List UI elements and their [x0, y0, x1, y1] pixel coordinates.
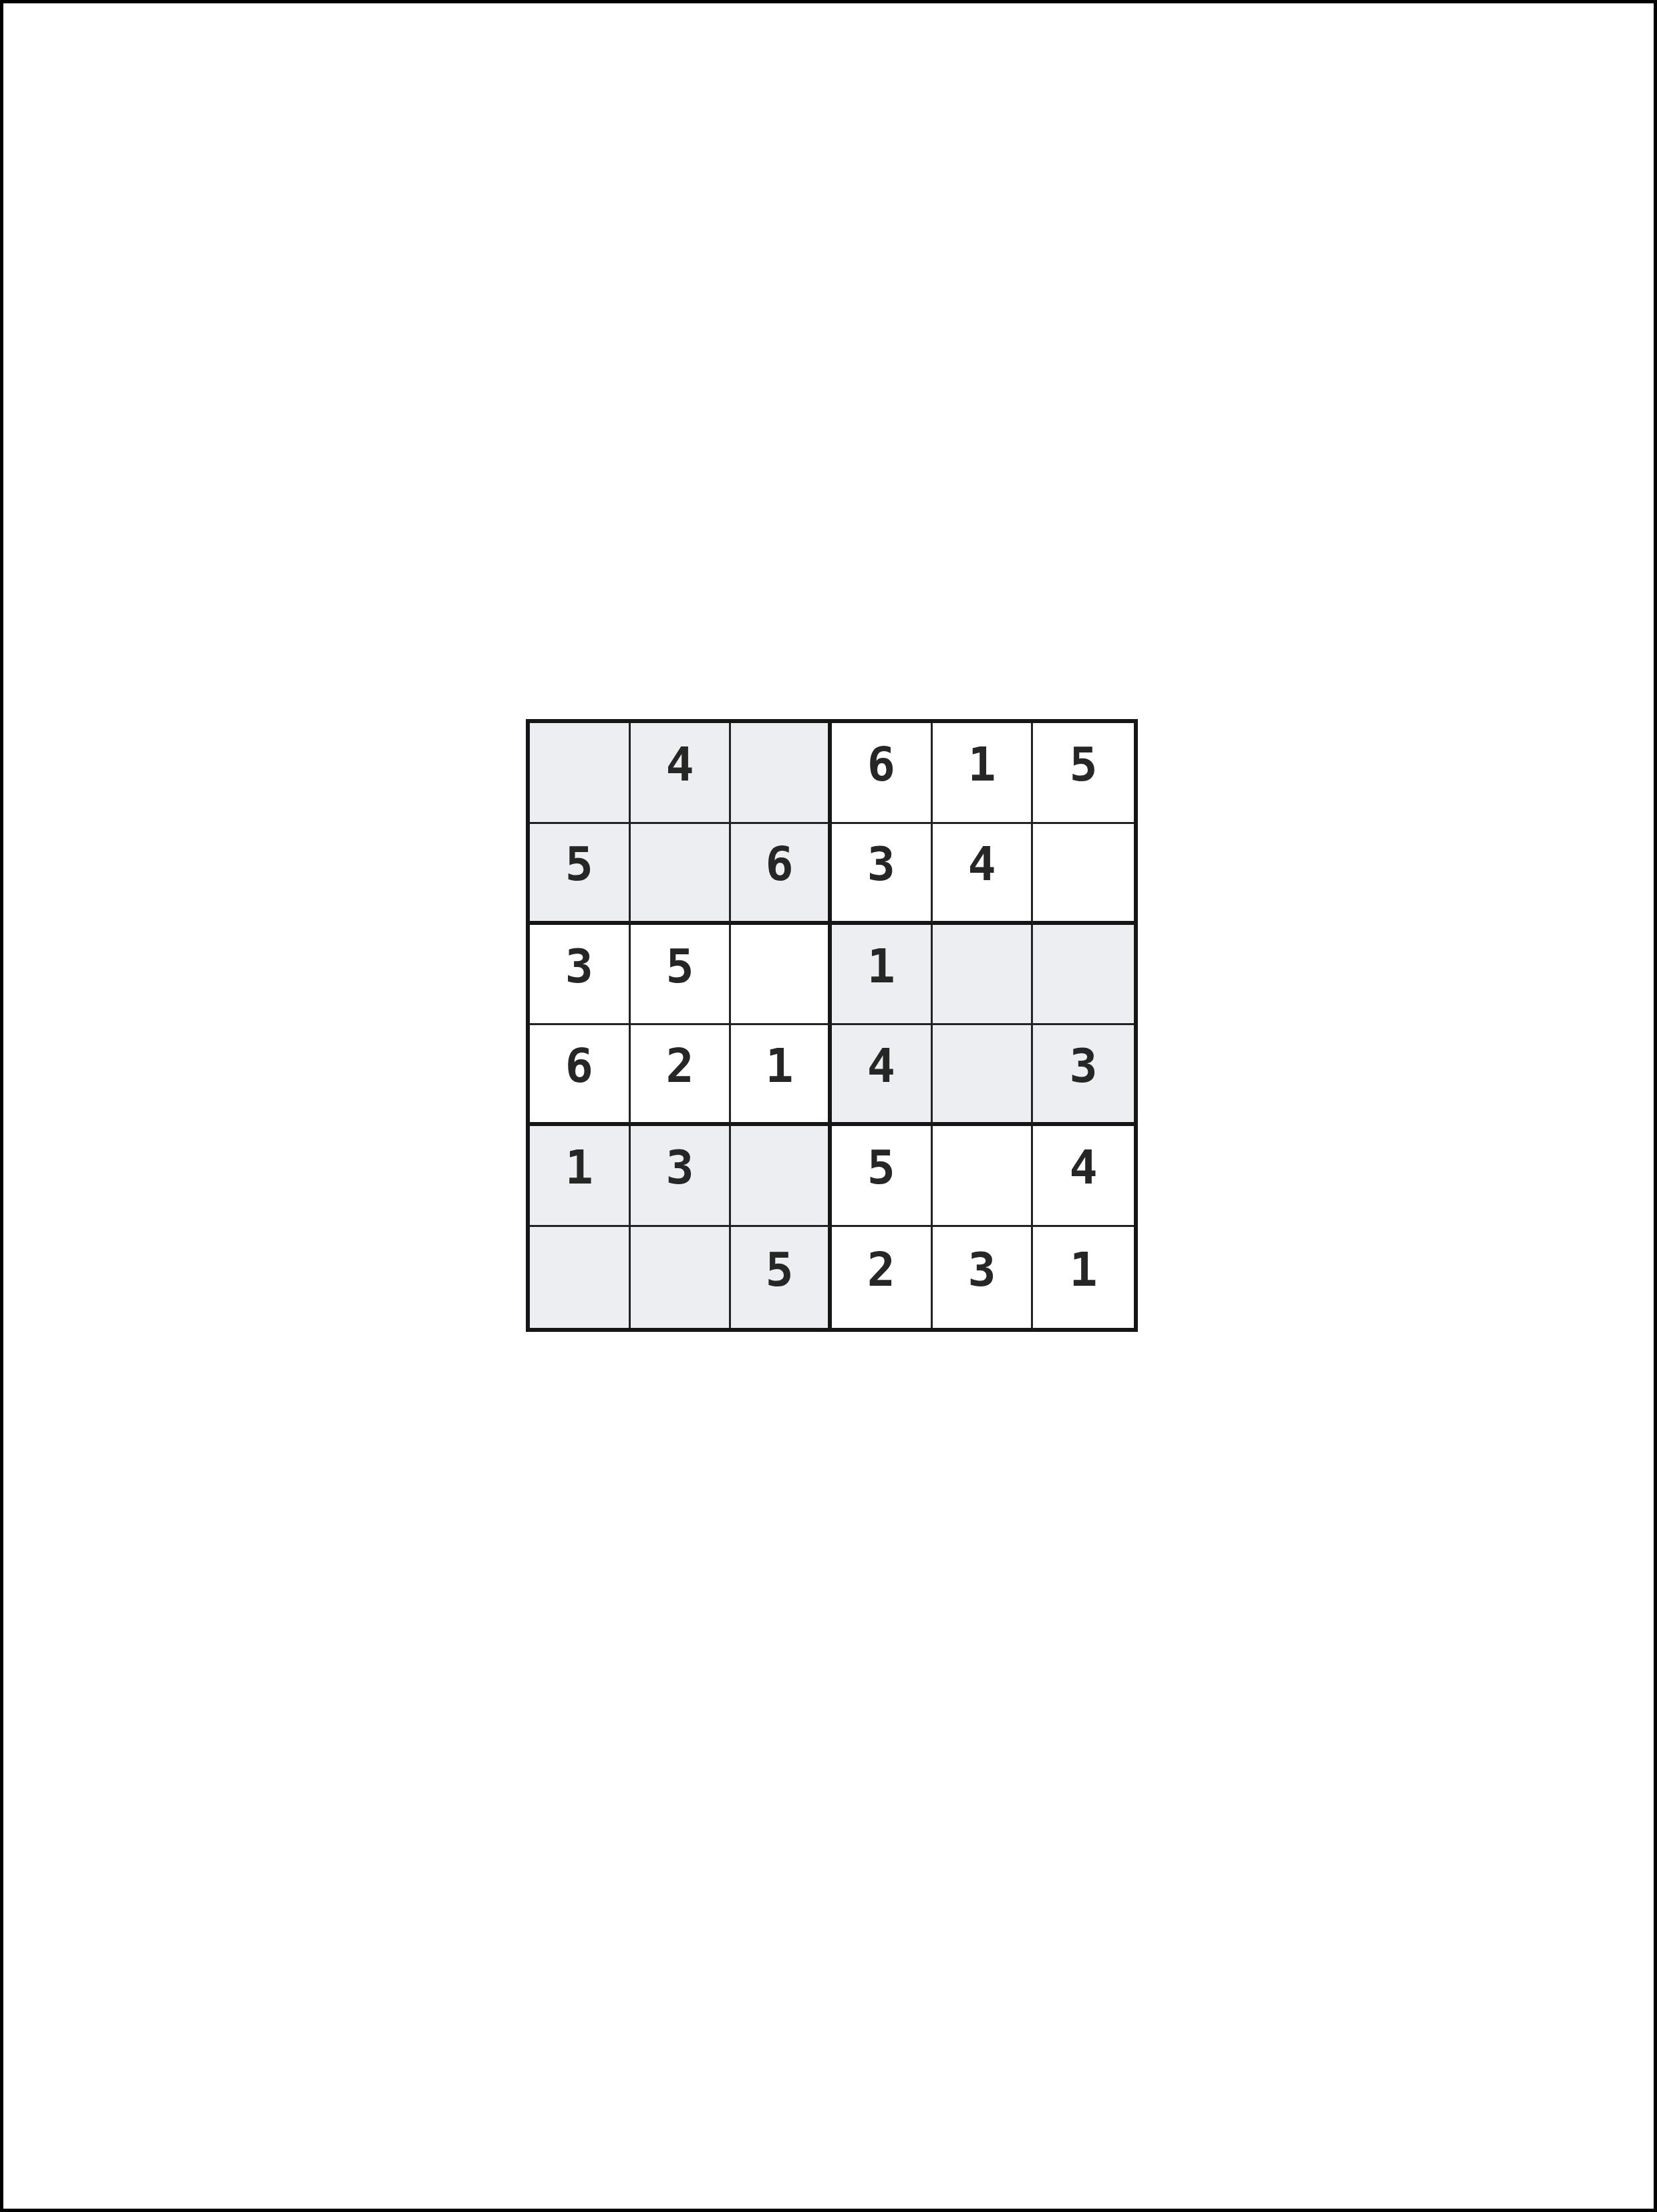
sudoku-cell-r1c1[interactable] — [530, 723, 631, 824]
sudoku-cell-r5c5[interactable] — [933, 1126, 1034, 1227]
sudoku-cell-r6c5[interactable]: 3 — [933, 1227, 1034, 1328]
sudoku-board: 461556343516214313545231 — [526, 719, 1138, 1332]
sudoku-cell-r3c2[interactable]: 5 — [631, 925, 732, 1026]
cell-digit: 3 — [665, 1144, 694, 1191]
sudoku-cell-r6c6[interactable]: 1 — [1033, 1227, 1134, 1328]
sudoku-cell-r2c4[interactable]: 3 — [832, 824, 933, 925]
sudoku-cell-r5c2[interactable]: 3 — [631, 1126, 732, 1227]
sudoku-cell-r6c1[interactable] — [530, 1227, 631, 1328]
cell-digit: 1 — [967, 741, 996, 788]
sudoku-cell-r6c4[interactable]: 2 — [832, 1227, 933, 1328]
sudoku-cell-r1c5[interactable]: 1 — [933, 723, 1034, 824]
sudoku-cell-r4c3[interactable]: 1 — [731, 1025, 832, 1126]
cell-digit: 4 — [967, 841, 996, 887]
sudoku-cell-r2c1[interactable]: 5 — [530, 824, 631, 925]
cell-digit: 4 — [867, 1043, 895, 1089]
sudoku-cell-r3c6[interactable] — [1033, 925, 1134, 1026]
cell-digit: 2 — [665, 1043, 694, 1089]
cell-digit: 1 — [1070, 1246, 1098, 1293]
sudoku-cell-r2c5[interactable]: 4 — [933, 824, 1034, 925]
cell-digit: 4 — [665, 741, 694, 788]
sudoku-cell-r3c5[interactable] — [933, 925, 1034, 1026]
sudoku-cell-r2c3[interactable]: 6 — [731, 824, 832, 925]
cell-digit: 3 — [867, 841, 895, 887]
sudoku-cell-r5c4[interactable]: 5 — [832, 1126, 933, 1227]
cell-digit: 5 — [766, 1246, 794, 1293]
sudoku-cell-r2c6[interactable] — [1033, 824, 1134, 925]
cell-digit: 3 — [967, 1246, 996, 1293]
cell-digit: 5 — [1070, 741, 1098, 788]
cell-digit: 5 — [867, 1144, 895, 1191]
sudoku-cell-r5c6[interactable]: 4 — [1033, 1126, 1134, 1227]
cell-digit: 5 — [665, 943, 694, 990]
sudoku-cell-r4c1[interactable]: 6 — [530, 1025, 631, 1126]
cell-digit: 6 — [565, 1043, 593, 1089]
sudoku-cell-r1c6[interactable]: 5 — [1033, 723, 1134, 824]
sudoku-cell-r6c2[interactable] — [631, 1227, 732, 1328]
sudoku-cell-r5c1[interactable]: 1 — [530, 1126, 631, 1227]
scanned-page: 461556343516214313545231 — [0, 0, 1657, 2212]
sudoku-cell-r4c4[interactable]: 4 — [832, 1025, 933, 1126]
cell-digit: 3 — [565, 943, 593, 990]
sudoku-cell-r4c5[interactable] — [933, 1025, 1034, 1126]
sudoku-cell-r4c6[interactable]: 3 — [1033, 1025, 1134, 1126]
sudoku-cell-r6c3[interactable]: 5 — [731, 1227, 832, 1328]
sudoku-cell-r1c2[interactable]: 4 — [631, 723, 732, 824]
cell-digit: 6 — [766, 841, 794, 887]
cell-digit: 6 — [867, 741, 895, 788]
sudoku-cell-r2c2[interactable] — [631, 824, 732, 925]
cell-digit: 2 — [867, 1246, 895, 1293]
sudoku-cell-r3c3[interactable] — [731, 925, 832, 1026]
cell-digit: 1 — [565, 1144, 593, 1191]
sudoku-cell-r4c2[interactable]: 2 — [631, 1025, 732, 1126]
sudoku-cell-r3c4[interactable]: 1 — [832, 925, 933, 1026]
cell-digit: 5 — [565, 841, 593, 887]
sudoku-cell-r1c3[interactable] — [731, 723, 832, 824]
sudoku-cell-r5c3[interactable] — [731, 1126, 832, 1227]
cell-digit: 3 — [1070, 1043, 1098, 1089]
sudoku-cell-r3c1[interactable]: 3 — [530, 925, 631, 1026]
cell-digit: 4 — [1070, 1144, 1098, 1191]
cell-digit: 1 — [867, 943, 895, 990]
cell-digit: 1 — [766, 1043, 794, 1089]
sudoku-cell-r1c4[interactable]: 6 — [832, 723, 933, 824]
